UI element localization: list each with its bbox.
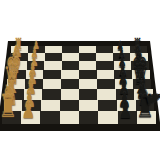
board-square[interactable] (60, 111, 79, 124)
board-square[interactable] (45, 46, 62, 53)
board-square[interactable] (96, 53, 113, 61)
board-square[interactable] (62, 46, 79, 53)
board-square[interactable] (42, 89, 60, 100)
board-square[interactable] (96, 61, 113, 70)
black-pawn[interactable]: ♟ (119, 99, 133, 123)
white-pawn[interactable]: ♟ (22, 99, 36, 123)
board-square[interactable] (62, 61, 79, 70)
board-square[interactable] (79, 89, 97, 100)
board-square[interactable] (61, 70, 79, 79)
board-square[interactable] (79, 46, 96, 53)
board-square[interactable] (79, 111, 98, 124)
board-square[interactable] (97, 70, 115, 79)
board-square[interactable] (98, 111, 117, 124)
board-square[interactable] (79, 53, 96, 61)
board-square[interactable] (62, 53, 79, 61)
board-square[interactable] (97, 79, 115, 89)
board-square[interactable] (79, 70, 97, 79)
board-square[interactable] (79, 100, 98, 112)
board-square[interactable] (41, 100, 60, 112)
board-square[interactable] (43, 70, 61, 79)
board-square[interactable] (79, 61, 96, 70)
board-square[interactable] (61, 89, 79, 100)
board-square[interactable] (60, 100, 79, 112)
board-square[interactable] (61, 79, 79, 89)
board-square[interactable] (40, 111, 59, 124)
board-square[interactable] (45, 53, 62, 61)
board-square[interactable] (97, 89, 115, 100)
board-square[interactable] (96, 46, 113, 53)
board-square[interactable] (98, 100, 117, 112)
board-square[interactable] (44, 61, 61, 70)
board-square[interactable] (79, 79, 97, 89)
board-square[interactable] (43, 79, 61, 89)
white-rook[interactable]: ♜ (0, 91, 17, 123)
chess-set-photo: ♜♞♝♚♛♝♞♜♟♟♟♟♟♟♟♟♟♟♟♟♟♟♟♟♜♞♝♚♛♝♞♜♞ (0, 0, 160, 160)
